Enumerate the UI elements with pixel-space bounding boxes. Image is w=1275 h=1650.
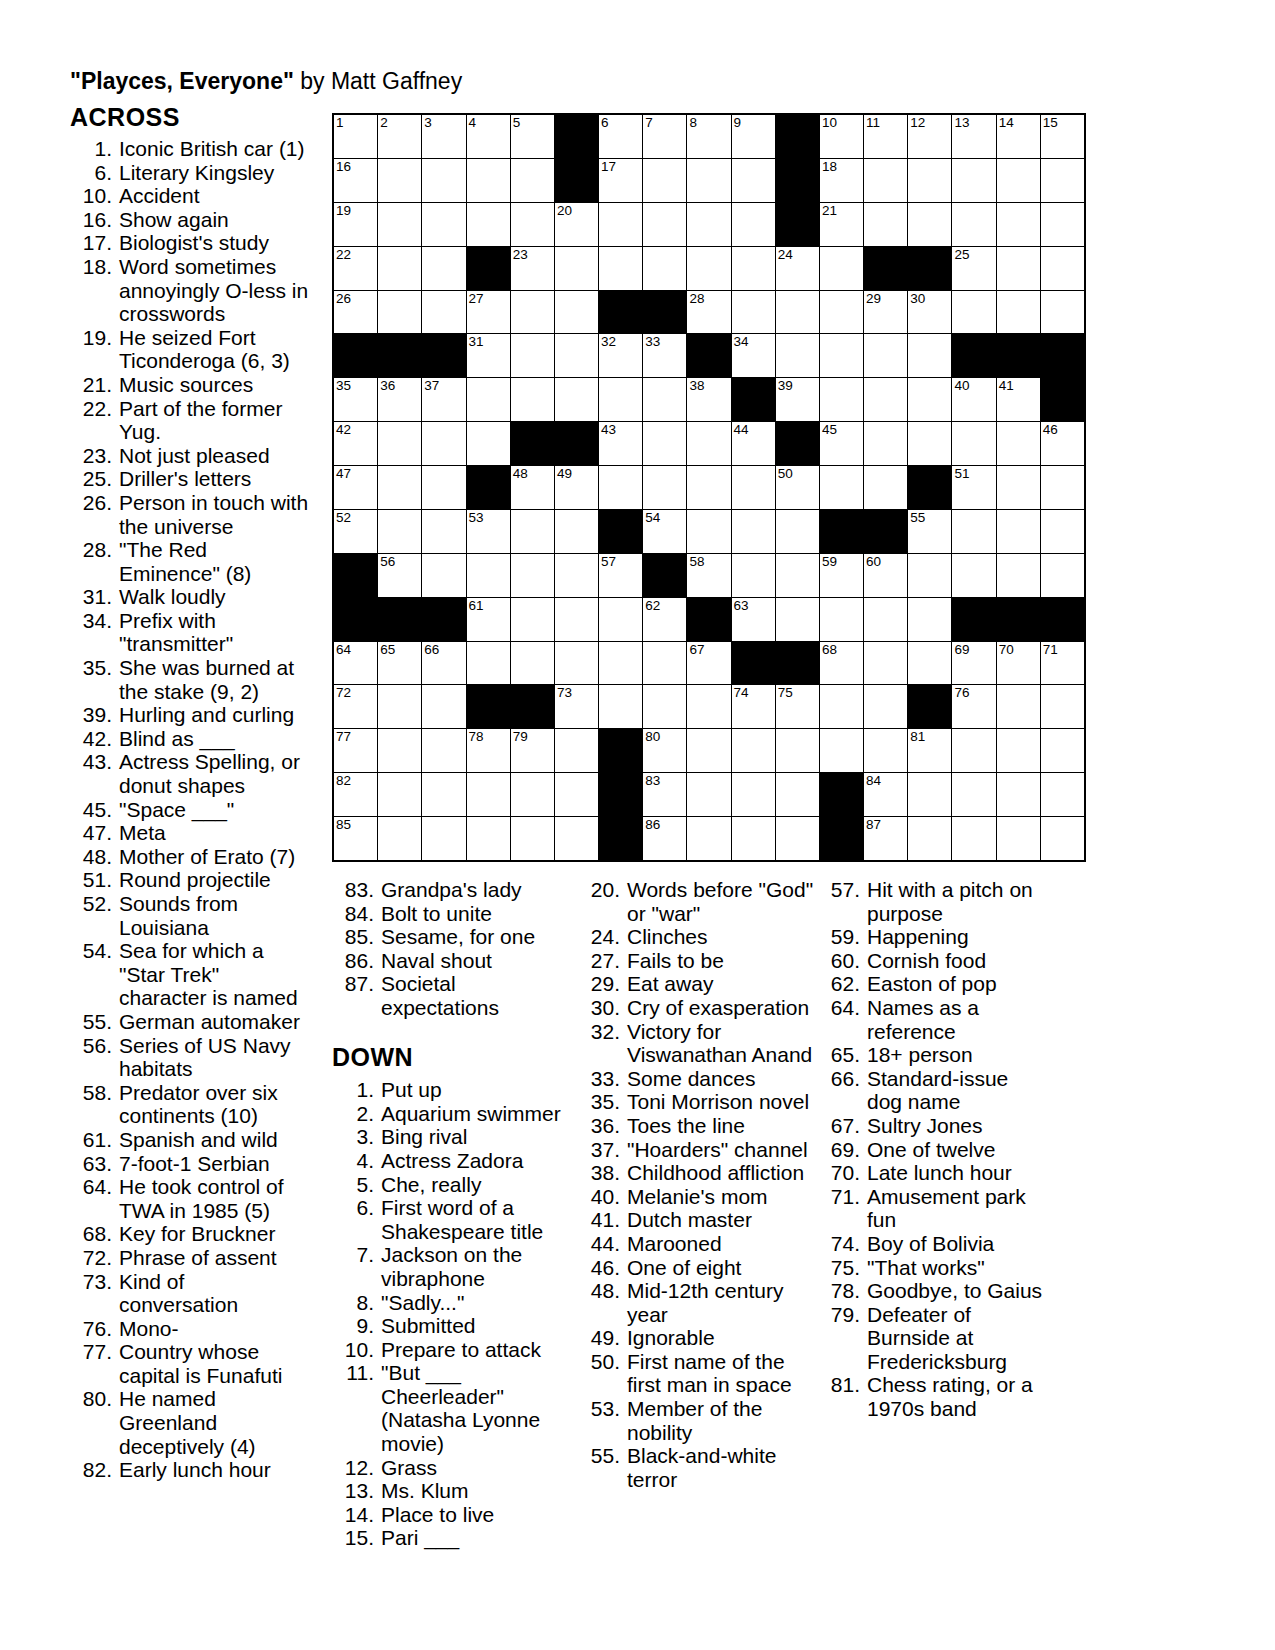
grid-cell[interactable] (732, 510, 775, 553)
grid-cell[interactable] (599, 247, 642, 290)
grid-cell[interactable] (952, 159, 995, 202)
grid-cell[interactable]: 41 (997, 378, 1040, 421)
grid-cell[interactable] (952, 554, 995, 597)
grid-cell[interactable] (467, 642, 510, 685)
grid-cell[interactable]: 17 (599, 159, 642, 202)
grid-cell[interactable]: 86 (643, 817, 686, 860)
grid-cell[interactable] (467, 422, 510, 465)
grid-cell[interactable]: 34 (732, 334, 775, 377)
grid-cell[interactable] (1041, 159, 1084, 202)
grid-cell[interactable] (511, 773, 554, 816)
grid-cell[interactable]: 33 (643, 334, 686, 377)
grid-cell[interactable] (908, 422, 951, 465)
grid-cell[interactable] (687, 685, 730, 728)
grid-cell[interactable] (511, 378, 554, 421)
grid-cell[interactable]: 63 (732, 598, 775, 641)
block-cell (599, 817, 642, 860)
grid-cell[interactable]: 56 (378, 554, 421, 597)
grid-cell[interactable]: 36 (378, 378, 421, 421)
grid-cell[interactable] (1041, 685, 1084, 728)
cell-number: 56 (380, 554, 395, 569)
grid-cell[interactable] (908, 554, 951, 597)
grid-cell[interactable]: 68 (820, 642, 863, 685)
clue-number: 52. (70, 892, 112, 939)
grid-cell[interactable] (997, 773, 1040, 816)
grid-cell[interactable]: 44 (732, 422, 775, 465)
clue: 77.Country whose capital is Funafuti (70, 1340, 309, 1387)
grid-cell[interactable] (599, 203, 642, 246)
grid-cell[interactable] (776, 554, 819, 597)
grid-cell[interactable]: 29 (864, 291, 907, 334)
grid-cell[interactable] (422, 203, 465, 246)
grid-cell[interactable] (511, 203, 554, 246)
grid-cell[interactable] (687, 422, 730, 465)
grid-cell[interactable] (732, 729, 775, 772)
grid-cell[interactable] (467, 159, 510, 202)
grid-cell[interactable] (864, 159, 907, 202)
grid-cell[interactable]: 54 (643, 510, 686, 553)
grid-cell[interactable] (776, 773, 819, 816)
clue-text: Melanie's mom (627, 1185, 818, 1209)
clue: 31.Walk loudly (70, 585, 309, 609)
clue-number: 53. (578, 1397, 620, 1444)
grid-cell[interactable] (908, 159, 951, 202)
grid-cell[interactable] (1041, 817, 1084, 860)
grid-cell[interactable] (776, 598, 819, 641)
grid-cell[interactable] (820, 685, 863, 728)
grid-cell[interactable] (952, 291, 995, 334)
grid-cell[interactable]: 47 (334, 466, 377, 509)
grid-cell[interactable]: 78 (467, 729, 510, 772)
grid-cell[interactable] (732, 159, 775, 202)
grid-cell[interactable] (952, 729, 995, 772)
grid-cell[interactable] (997, 422, 1040, 465)
clue-text: First word of a Shakespeare title (381, 1196, 572, 1243)
grid-cell[interactable]: 82 (334, 773, 377, 816)
grid-cell[interactable]: 49 (555, 466, 598, 509)
grid-cell[interactable]: 39 (776, 378, 819, 421)
grid-cell[interactable] (864, 642, 907, 685)
grid-cell[interactable] (908, 773, 951, 816)
grid-cell[interactable]: 4 (467, 115, 510, 158)
grid-cell[interactable]: 40 (952, 378, 995, 421)
grid-cell[interactable] (864, 598, 907, 641)
grid-cell[interactable] (820, 378, 863, 421)
clue-number: 54. (70, 939, 112, 1010)
cell-number: 53 (469, 510, 484, 525)
grid-cell[interactable]: 26 (334, 291, 377, 334)
grid-cell[interactable] (555, 817, 598, 860)
grid-cell[interactable]: 60 (864, 554, 907, 597)
grid-cell[interactable] (864, 685, 907, 728)
grid-cell[interactable]: 75 (776, 685, 819, 728)
grid-cell[interactable] (864, 378, 907, 421)
grid-cell[interactable] (467, 817, 510, 860)
grid-cell[interactable] (776, 729, 819, 772)
grid-cell[interactable]: 57 (599, 554, 642, 597)
grid-cell[interactable] (864, 422, 907, 465)
grid-cell[interactable] (378, 203, 421, 246)
grid-cell[interactable]: 45 (820, 422, 863, 465)
grid-cell[interactable] (732, 817, 775, 860)
grid-cell[interactable] (467, 554, 510, 597)
grid-cell[interactable]: 13 (952, 115, 995, 158)
clue-text: Mother of Erato (7) (119, 845, 309, 869)
block-cell (334, 334, 377, 377)
grid-cell[interactable]: 80 (643, 729, 686, 772)
clue-number: 68. (70, 1222, 112, 1246)
grid-cell[interactable]: 59 (820, 554, 863, 597)
grid-cell[interactable] (997, 510, 1040, 553)
grid-cell[interactable] (864, 203, 907, 246)
clue: 80.He named Greenland deceptively (4) (70, 1387, 309, 1458)
clue: 19.He seized Fort Ticonderoga (6, 3) (70, 326, 309, 373)
grid-cell[interactable] (555, 729, 598, 772)
clue-number: 6. (332, 1196, 374, 1243)
block-cell (1041, 378, 1084, 421)
grid-cell[interactable] (1041, 291, 1084, 334)
grid-cell[interactable]: 9 (732, 115, 775, 158)
grid-cell[interactable]: 77 (334, 729, 377, 772)
grid-cell[interactable] (467, 773, 510, 816)
grid-cell[interactable] (687, 817, 730, 860)
grid-cell[interactable] (378, 159, 421, 202)
grid-cell[interactable]: 10 (820, 115, 863, 158)
grid-cell[interactable] (687, 729, 730, 772)
grid-cell[interactable] (820, 334, 863, 377)
grid-cell[interactable] (643, 378, 686, 421)
grid-cell[interactable]: 50 (776, 466, 819, 509)
grid-cell[interactable]: 72 (334, 685, 377, 728)
grid-cell[interactable] (378, 729, 421, 772)
grid-cell[interactable]: 70 (997, 642, 1040, 685)
grid-cell[interactable]: 81 (908, 729, 951, 772)
grid-cell[interactable] (952, 203, 995, 246)
grid-cell[interactable] (997, 817, 1040, 860)
clue-text: Victory for Viswanathan Anand (627, 1020, 818, 1067)
grid-cell[interactable]: 43 (599, 422, 642, 465)
cell-number: 32 (601, 334, 616, 349)
grid-cell[interactable] (1041, 773, 1084, 816)
grid-cell[interactable] (643, 203, 686, 246)
grid-cell[interactable] (997, 729, 1040, 772)
block-cell (334, 598, 377, 641)
grid-cell[interactable] (1041, 510, 1084, 553)
grid-cell[interactable] (643, 247, 686, 290)
clue-number: 1. (332, 1078, 374, 1102)
grid-cell[interactable] (555, 334, 598, 377)
grid-cell[interactable] (378, 291, 421, 334)
grid-cell[interactable]: 8 (687, 115, 730, 158)
grid-cell[interactable] (511, 554, 554, 597)
grid-cell[interactable] (378, 422, 421, 465)
grid-cell[interactable]: 20 (555, 203, 598, 246)
grid-cell[interactable] (511, 510, 554, 553)
grid-cell[interactable]: 14 (997, 115, 1040, 158)
clue-number: 37. (578, 1138, 620, 1162)
grid-cell[interactable]: 69 (952, 642, 995, 685)
grid-cell[interactable]: 11 (864, 115, 907, 158)
grid-cell[interactable] (776, 334, 819, 377)
grid-cell[interactable] (422, 291, 465, 334)
grid-cell[interactable]: 73 (555, 685, 598, 728)
grid-cell[interactable] (511, 598, 554, 641)
grid-cell[interactable] (643, 642, 686, 685)
grid-cell[interactable] (422, 247, 465, 290)
block-cell (599, 773, 642, 816)
grid-cell[interactable]: 3 (422, 115, 465, 158)
grid-cell[interactable]: 66 (422, 642, 465, 685)
grid-cell[interactable] (599, 598, 642, 641)
grid-cell[interactable]: 87 (864, 817, 907, 860)
grid-cell[interactable]: 51 (952, 466, 995, 509)
grid-cell[interactable]: 28 (687, 291, 730, 334)
grid-cell[interactable] (864, 729, 907, 772)
clue: 11."But ___ Cheerleader" (Natasha Lyonne… (332, 1361, 572, 1455)
grid-cell[interactable]: 64 (334, 642, 377, 685)
grid-cell[interactable]: 37 (422, 378, 465, 421)
grid-cell[interactable] (997, 685, 1040, 728)
block-cell (599, 291, 642, 334)
clue: 76.Mono- (70, 1317, 309, 1341)
cell-number: 36 (380, 378, 395, 393)
block-cell (643, 291, 686, 334)
grid-cell[interactable]: 83 (643, 773, 686, 816)
grid-cell[interactable]: 35 (334, 378, 377, 421)
bottom-column-1: 83.Grandpa's lady84.Bolt to unite85.Sesa… (332, 878, 572, 1550)
grid-cell[interactable]: 24 (776, 247, 819, 290)
cell-number: 37 (424, 378, 439, 393)
grid-cell[interactable]: 7 (643, 115, 686, 158)
grid-cell[interactable]: 31 (467, 334, 510, 377)
grid-cell[interactable] (820, 466, 863, 509)
grid-cell[interactable] (820, 247, 863, 290)
grid-cell[interactable] (687, 203, 730, 246)
cell-number: 80 (645, 729, 660, 744)
grid-cell[interactable] (732, 247, 775, 290)
grid-cell[interactable]: 5 (511, 115, 554, 158)
grid-cell[interactable] (422, 554, 465, 597)
grid-cell[interactable] (908, 642, 951, 685)
grid-cell[interactable] (643, 685, 686, 728)
grid-cell[interactable]: 62 (643, 598, 686, 641)
grid-cell[interactable] (378, 817, 421, 860)
grid-cell[interactable] (997, 159, 1040, 202)
grid-cell[interactable] (864, 334, 907, 377)
grid-cell[interactable]: 61 (467, 598, 510, 641)
grid-cell[interactable] (422, 422, 465, 465)
grid-cell[interactable] (908, 598, 951, 641)
grid-cell[interactable] (687, 510, 730, 553)
grid-cell[interactable] (997, 554, 1040, 597)
clue-text: He named Greenland deceptively (4) (119, 1387, 309, 1458)
grid-cell[interactable]: 58 (687, 554, 730, 597)
grid-cell[interactable] (687, 773, 730, 816)
clue: 75."That works" (818, 1256, 1043, 1280)
grid-cell[interactable] (555, 773, 598, 816)
grid-cell[interactable] (997, 466, 1040, 509)
grid-cell[interactable] (776, 291, 819, 334)
grid-cell[interactable] (555, 598, 598, 641)
grid-cell[interactable] (952, 510, 995, 553)
grid-cell[interactable] (1041, 729, 1084, 772)
clue-text: Put up (381, 1078, 572, 1102)
grid-cell[interactable] (643, 422, 686, 465)
grid-cell[interactable] (422, 510, 465, 553)
grid-cell[interactable] (422, 773, 465, 816)
grid-cell[interactable] (378, 510, 421, 553)
grid-cell[interactable]: 67 (687, 642, 730, 685)
grid-cell[interactable] (467, 203, 510, 246)
grid-cell[interactable] (732, 203, 775, 246)
cell-number: 10 (822, 115, 837, 130)
grid-cell[interactable] (422, 466, 465, 509)
grid-cell[interactable] (908, 378, 951, 421)
grid-cell[interactable] (555, 247, 598, 290)
grid-cell[interactable] (776, 510, 819, 553)
grid-cell[interactable] (1041, 554, 1084, 597)
clue-text: Grass (381, 1456, 572, 1480)
cell-number: 27 (469, 291, 484, 306)
cell-number: 20 (557, 203, 572, 218)
grid-cell[interactable] (776, 817, 819, 860)
grid-cell[interactable]: 15 (1041, 115, 1084, 158)
grid-cell[interactable] (599, 466, 642, 509)
grid-cell[interactable]: 23 (511, 247, 554, 290)
grid-cell[interactable]: 74 (732, 685, 775, 728)
grid-cell[interactable] (732, 291, 775, 334)
grid-cell[interactable] (908, 334, 951, 377)
grid-cell[interactable] (687, 247, 730, 290)
grid-cell[interactable]: 53 (467, 510, 510, 553)
grid-cell[interactable] (1041, 203, 1084, 246)
grid-cell[interactable]: 42 (334, 422, 377, 465)
grid-cell[interactable] (555, 642, 598, 685)
grid-cell[interactable]: 16 (334, 159, 377, 202)
grid-cell[interactable] (820, 598, 863, 641)
grid-cell[interactable]: 46 (1041, 422, 1084, 465)
grid-cell[interactable]: 25 (952, 247, 995, 290)
clue-number: 71. (818, 1185, 860, 1232)
grid-cell[interactable] (908, 203, 951, 246)
grid-cell[interactable] (422, 729, 465, 772)
grid-cell[interactable] (555, 554, 598, 597)
grid-cell[interactable] (378, 466, 421, 509)
clue: 47.Meta (70, 821, 309, 845)
grid-cell[interactable] (555, 510, 598, 553)
grid-cell[interactable] (378, 773, 421, 816)
grid-cell[interactable] (511, 159, 554, 202)
grid-cell[interactable] (864, 466, 907, 509)
grid-cell[interactable]: 18 (820, 159, 863, 202)
grid-cell[interactable] (378, 685, 421, 728)
grid-cell[interactable] (378, 247, 421, 290)
grid-cell[interactable] (997, 247, 1040, 290)
grid-cell[interactable] (952, 422, 995, 465)
cell-number: 21 (822, 203, 837, 218)
grid-cell[interactable] (732, 554, 775, 597)
grid-cell[interactable] (687, 466, 730, 509)
grid-cell[interactable]: 32 (599, 334, 642, 377)
grid-cell[interactable]: 22 (334, 247, 377, 290)
clue: 37."Hoarders" channel (578, 1138, 818, 1162)
grid-cell[interactable] (997, 203, 1040, 246)
grid-cell[interactable]: 27 (467, 291, 510, 334)
grid-cell[interactable] (952, 773, 995, 816)
grid-cell[interactable] (908, 817, 951, 860)
clue-number: 48. (578, 1279, 620, 1326)
grid-cell[interactable] (599, 642, 642, 685)
grid-cell[interactable]: 52 (334, 510, 377, 553)
block-cell (599, 729, 642, 772)
grid-cell[interactable]: 79 (511, 729, 554, 772)
grid-cell[interactable] (643, 159, 686, 202)
grid-cell[interactable]: 30 (908, 291, 951, 334)
grid-cell[interactable] (511, 642, 554, 685)
crossword-grid[interactable]: 1234567891011121314151617181920212223242… (332, 113, 1086, 862)
grid-cell[interactable]: 71 (1041, 642, 1084, 685)
grid-cell[interactable]: 38 (687, 378, 730, 421)
grid-cell[interactable]: 1 (334, 115, 377, 158)
grid-cell[interactable] (643, 466, 686, 509)
clue-text: Ignorable (627, 1326, 818, 1350)
grid-cell[interactable] (952, 817, 995, 860)
clue-text: He took control of TWA in 1985 (5) (119, 1175, 309, 1222)
grid-cell[interactable] (599, 685, 642, 728)
cell-number: 81 (910, 729, 925, 744)
grid-cell[interactable]: 48 (511, 466, 554, 509)
clue-text: Easton of pop (867, 972, 1043, 996)
grid-cell[interactable] (820, 291, 863, 334)
grid-cell[interactable] (511, 334, 554, 377)
clue-text: Black-and-white terror (627, 1444, 818, 1491)
clue-text: Jackson on the vibraphone (381, 1243, 572, 1290)
clue-text: Late lunch hour (867, 1161, 1043, 1185)
grid-cell[interactable] (732, 773, 775, 816)
grid-cell[interactable] (997, 291, 1040, 334)
grid-cell[interactable]: 76 (952, 685, 995, 728)
grid-cell[interactable] (687, 159, 730, 202)
grid-cell[interactable]: 2 (378, 115, 421, 158)
grid-cell[interactable] (820, 729, 863, 772)
grid-cell[interactable]: 6 (599, 115, 642, 158)
grid-cell[interactable] (511, 817, 554, 860)
cell-number: 79 (513, 729, 528, 744)
grid-cell[interactable] (422, 685, 465, 728)
clue: 4.Actress Zadora (332, 1149, 572, 1173)
grid-cell[interactable] (1041, 466, 1084, 509)
grid-cell[interactable]: 21 (820, 203, 863, 246)
clue: 41.Dutch master (578, 1208, 818, 1232)
grid-cell[interactable]: 85 (334, 817, 377, 860)
clue: 9.Submitted (332, 1314, 572, 1338)
grid-cell[interactable] (599, 378, 642, 421)
grid-cell[interactable] (511, 291, 554, 334)
grid-cell[interactable]: 84 (864, 773, 907, 816)
grid-cell[interactable] (732, 466, 775, 509)
clue-number: 70. (818, 1161, 860, 1185)
grid-cell[interactable] (555, 291, 598, 334)
grid-cell[interactable]: 65 (378, 642, 421, 685)
grid-cell[interactable] (422, 159, 465, 202)
grid-cell[interactable] (467, 378, 510, 421)
grid-cell[interactable]: 55 (908, 510, 951, 553)
grid-cell[interactable] (1041, 247, 1084, 290)
grid-cell[interactable] (422, 817, 465, 860)
grid-cell[interactable]: 19 (334, 203, 377, 246)
grid-cell[interactable] (555, 378, 598, 421)
grid-cell[interactable]: 12 (908, 115, 951, 158)
